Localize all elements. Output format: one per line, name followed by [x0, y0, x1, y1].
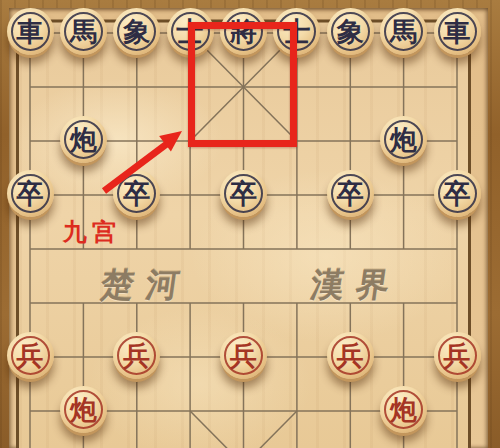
piece-black-卒[interactable]: 卒: [113, 170, 160, 217]
piece-red-兵[interactable]: 兵: [7, 332, 54, 379]
xiangqi-board-app: 楚河 漢界 車馬象士將士象馬車炮炮卒卒卒卒卒兵兵兵兵兵炮炮 九宫: [0, 0, 500, 448]
palace-highlight-box: [188, 22, 297, 147]
piece-black-卒[interactable]: 卒: [220, 170, 267, 217]
piece-red-炮[interactable]: 炮: [60, 386, 107, 433]
piece-black-卒[interactable]: 卒: [434, 170, 481, 217]
piece-black-象[interactable]: 象: [327, 8, 374, 55]
piece-black-馬[interactable]: 馬: [380, 8, 427, 55]
piece-red-兵[interactable]: 兵: [113, 332, 160, 379]
piece-red-兵[interactable]: 兵: [434, 332, 481, 379]
piece-black-馬[interactable]: 馬: [60, 8, 107, 55]
piece-red-兵[interactable]: 兵: [327, 332, 374, 379]
piece-black-車[interactable]: 車: [434, 8, 481, 55]
piece-red-炮[interactable]: 炮: [380, 386, 427, 433]
piece-black-炮[interactable]: 炮: [380, 116, 427, 163]
piece-black-象[interactable]: 象: [113, 8, 160, 55]
piece-black-卒[interactable]: 卒: [7, 170, 54, 217]
palace-label: 九宫: [63, 216, 121, 248]
piece-black-車[interactable]: 車: [7, 8, 54, 55]
piece-black-炮[interactable]: 炮: [60, 116, 107, 163]
piece-black-卒[interactable]: 卒: [327, 170, 374, 217]
piece-red-兵[interactable]: 兵: [220, 332, 267, 379]
